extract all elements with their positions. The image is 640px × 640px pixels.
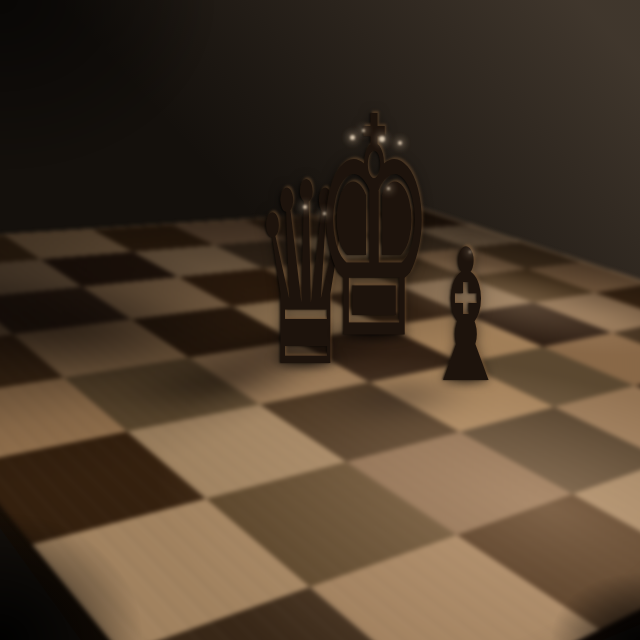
piece-black-king[interactable]: ♚ (313, 78, 435, 381)
pieces-layer: ♛♚♝ (0, 0, 640, 640)
piece-black-bishop[interactable]: ♝ (423, 225, 510, 408)
chess-scene: ♛♚♝ (0, 0, 640, 640)
